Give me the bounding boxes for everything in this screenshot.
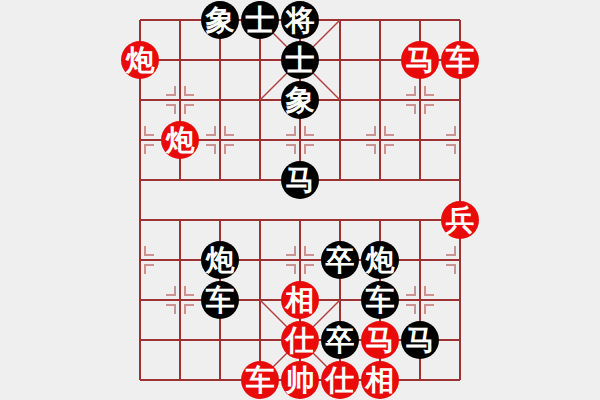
piece-red-horse-h9[interactable]: 马 [401,41,439,79]
piece-black-horse-h2[interactable]: 马 [401,321,439,359]
piece-black-chariot-c3[interactable]: 车 [201,281,239,319]
piece-black-chariot-g3[interactable]: 车 [361,281,399,319]
piece-black-cannon-g4[interactable]: 炮 [361,241,399,279]
piece-black-horse-e6[interactable]: 马 [281,161,319,199]
piece-black-cannon-c4[interactable]: 炮 [201,241,239,279]
piece-black-advisor-e9[interactable]: 士 [281,41,319,79]
piece-red-elephant-g1[interactable]: 相 [361,361,399,399]
piece-black-elephant-e8[interactable]: 象 [281,81,319,119]
piece-black-soldier-f2[interactable]: 卒 [321,321,359,359]
piece-red-cannon-b7[interactable]: 炮 [161,121,199,159]
piece-red-horse-g2[interactable]: 马 [361,321,399,359]
piece-red-advisor-f1[interactable]: 仕 [321,361,359,399]
piece-black-general-e10[interactable]: 将 [281,1,319,39]
piece-red-chariot-i9[interactable]: 车 [441,41,479,79]
piece-red-elephant-e3[interactable]: 相 [281,281,319,319]
piece-red-soldier-i5[interactable]: 兵 [441,201,479,239]
piece-red-general-e1[interactable]: 帅 [281,361,319,399]
piece-black-elephant-c10[interactable]: 象 [201,1,239,39]
piece-black-advisor-d10[interactable]: 士 [241,1,279,39]
piece-red-advisor-e2[interactable]: 仕 [281,321,319,359]
piece-red-chariot-d1[interactable]: 车 [241,361,279,399]
piece-black-soldier-f4[interactable]: 卒 [321,241,359,279]
piece-red-cannon-a9[interactable]: 炮 [121,41,159,79]
xiangqi-board: 象士将士象马炮卒炮车车卒马炮马车炮兵相仕马车帅仕相 [0,0,600,400]
